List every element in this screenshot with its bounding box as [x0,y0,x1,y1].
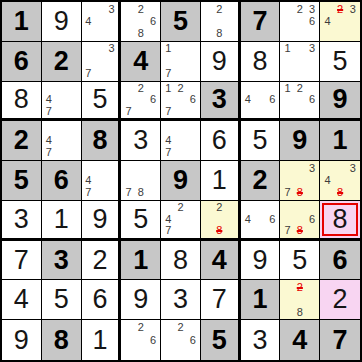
cell-r4c2[interactable]: 47 [42,121,82,161]
given-digit: 8 [54,327,69,354]
candidate-7: 7 [162,67,174,79]
candidate-6: 6 [306,213,318,225]
given-digit: 6 [54,167,69,194]
entered-digit: 9 [253,247,268,274]
cell-r6c5[interactable]: 247 [161,201,201,241]
candidate-1: 1 [281,83,293,95]
cell-r3c8[interactable]: 126 [280,82,320,122]
given-digit: 5 [173,8,188,35]
candidate-grid: 247 [162,202,199,237]
candidate-grid: 13 [281,43,318,80]
cell-r7c6[interactable]: 4 [201,241,241,281]
entered-digit: 9 [14,327,29,354]
candidate-2-eliminated: 2 [334,3,347,15]
candidate-grid: 26 [122,321,159,359]
candidate-8-eliminated: 8 [213,225,225,237]
cell-r3c9[interactable]: 9 [320,82,360,122]
given-digit: 6 [14,48,29,75]
candidate-3: 3 [346,162,359,174]
cell-r1c5[interactable]: 5 [161,2,201,42]
cell-r2c3[interactable]: 37 [82,42,122,82]
given-digit: 9 [333,86,348,113]
cell-r1c6[interactable]: 28 [201,2,241,42]
entered-digit: 5 [333,48,348,75]
candidate-grid: 46 [242,202,279,237]
entered-digit: 1 [54,206,69,233]
given-digit: 5 [14,167,29,194]
candidate-8: 8 [135,28,147,40]
cell-r4c6[interactable]: 6 [201,121,241,161]
cell-r5c6[interactable]: 1 [201,161,241,201]
cell-r6c2[interactable]: 1 [42,201,82,241]
cell-r5c2[interactable]: 6 [42,161,82,201]
cell-r2c5[interactable]: 17 [161,42,201,82]
entered-digit: 6 [92,286,107,313]
given-digit: 4 [212,247,227,274]
entered-digit: 9 [92,206,107,233]
cell-r6c6[interactable]: 28 [201,201,241,241]
cell-r9c4[interactable]: 26 [121,320,161,360]
cell-r6c7[interactable]: 46 [241,201,281,241]
candidate-4: 4 [43,135,55,147]
candidate-2: 2 [294,83,306,95]
candidate-4: 4 [321,15,334,27]
candidate-2: 2 [294,3,306,15]
entered-digit: 5 [54,286,69,313]
cell-r8c2[interactable]: 5 [42,280,82,320]
cell-r3c4[interactable]: 267 [121,82,161,122]
cell-r7c4[interactable]: 1 [121,241,161,281]
candidate-grid: 267 [122,83,159,118]
given-digit: 1 [133,247,148,274]
cell-r7c1[interactable]: 7 [2,241,42,281]
cell-r9c2[interactable]: 8 [42,320,82,360]
candidate-4: 4 [242,94,254,106]
candidate-grid: 34 [83,3,118,40]
given-digit: 2 [54,48,69,75]
candidate-6: 6 [266,213,278,225]
candidate-7: 7 [162,147,174,159]
candidate-8: 8 [135,187,147,199]
candidate-grid: 1267 [162,83,199,118]
cell-r2c6[interactable]: 9 [201,42,241,82]
given-digit: 4 [292,327,307,354]
candidate-6: 6 [187,334,199,347]
cell-r9c8[interactable]: 4 [280,320,320,360]
cell-r7c2[interactable]: 3 [42,241,82,281]
given-digit: 6 [333,247,348,274]
cell-r4c3[interactable]: 8 [82,121,122,161]
candidate-grid: 47 [162,122,199,159]
cell-r2c1[interactable]: 6 [2,42,42,82]
given-digit: 8 [92,127,107,154]
cell-r2c7[interactable]: 8 [241,42,281,82]
entered-digit: 8 [14,86,29,113]
candidate-grid: 342 [321,3,359,40]
given-digit: 2 [253,167,268,194]
entered-digit: 2 [333,286,348,313]
entered-digit: 5 [92,86,107,113]
candidate-2: 2 [135,83,147,95]
entered-digit: 5 [253,127,268,154]
candidate-3: 3 [306,3,318,15]
candidate-1: 1 [162,83,174,95]
candidate-2: 2 [174,321,186,334]
cell-r3c2[interactable]: 47 [42,82,82,122]
cell-r6c8[interactable]: 678 [280,201,320,241]
cell-r8c7[interactable]: 1 [241,280,281,320]
cell-r1c2[interactable]: 9 [42,2,82,42]
cell-r3c7[interactable]: 46 [241,82,281,122]
candidate-2: 2 [135,3,147,15]
given-digit: 1 [333,127,348,154]
candidate-7: 7 [43,147,55,159]
cell-r1c8[interactable]: 236 [280,2,320,42]
candidate-7: 7 [122,106,134,118]
cell-r8c3[interactable]: 6 [82,280,122,320]
candidate-7: 7 [281,187,293,199]
given-digit: 1 [14,8,29,35]
cell-r4c4[interactable]: 3 [121,121,161,161]
candidate-grid: 28 [202,202,237,237]
candidate-8-eliminated: 8 [334,187,347,199]
cell-r3c3[interactable]: 5 [82,82,122,122]
cell-r4c8[interactable]: 9 [280,121,320,161]
candidate-3: 3 [346,3,359,15]
candidate-grid: 17 [162,43,199,80]
candidate-6: 6 [266,94,278,106]
candidate-7: 7 [281,225,293,237]
cell-r1c1[interactable]: 1 [2,2,42,42]
candidate-8: 8 [294,306,306,318]
cell-r5c1[interactable]: 5 [2,161,42,201]
candidate-6: 6 [147,15,159,27]
candidate-2-eliminated: 2 [294,281,306,293]
candidate-7: 7 [122,187,134,199]
candidate-grid: 82 [281,281,318,318]
cell-r4c1[interactable]: 2 [2,121,42,161]
entered-digit: 8 [173,247,188,274]
candidate-6: 6 [187,94,199,106]
candidate-4: 4 [43,94,55,106]
entered-digit: 6 [212,127,227,154]
cell-r2c9[interactable]: 5 [320,42,360,82]
candidate-7: 7 [162,106,174,118]
cell-r3c1[interactable]: 8 [2,82,42,122]
candidate-2: 2 [135,321,147,334]
cell-r2c2[interactable]: 2 [42,42,82,82]
entered-digit: 3 [133,127,148,154]
given-digit: 3 [212,86,227,113]
candidate-4: 4 [162,213,174,225]
entered-digit: 9 [54,8,69,35]
candidate-grid: 78 [122,162,159,199]
candidate-6: 6 [147,94,159,106]
cell-r8c1[interactable]: 4 [2,280,42,320]
cell-r2c8[interactable]: 13 [280,42,320,82]
cell-r9c5[interactable]: 26 [161,320,201,360]
cell-r8c9[interactable]: 2 [320,280,360,320]
sudoku-board: 1934268528723634262374179813584752671267… [0,0,362,362]
cell-r7c3[interactable]: 2 [82,241,122,281]
cell-r4c9[interactable]: 1 [320,121,360,161]
given-digit: 9 [173,167,188,194]
given-digit: 7 [253,8,268,35]
cell-r9c9[interactable]: 7 [320,320,360,360]
cell-r6c9[interactable]: 8 [320,201,360,241]
cell-r5c8[interactable]: 378 [280,161,320,201]
cell-r3c6[interactable]: 3 [201,82,241,122]
entered-digit: 3 [173,286,188,313]
given-digit: 1 [253,286,268,313]
cell-r9c7[interactable]: 3 [241,320,281,360]
candidate-6: 6 [306,15,318,27]
cell-r1c3[interactable]: 34 [82,2,122,42]
cell-r4c7[interactable]: 5 [241,121,281,161]
candidate-4: 4 [321,174,334,186]
candidate-grid: 47 [43,122,80,159]
entered-digit: 3 [14,206,29,233]
candidate-2: 2 [213,3,225,15]
given-digit: 7 [333,327,348,354]
cell-r7c8[interactable]: 5 [280,241,320,281]
candidate-grid: 26 [162,321,199,359]
cell-r9c6[interactable]: 5 [201,320,241,360]
cell-r6c3[interactable]: 9 [82,201,122,241]
candidate-6: 6 [306,94,318,106]
candidate-4: 4 [242,213,254,225]
entered-digit: 3 [253,327,268,354]
candidate-3: 3 [106,3,118,15]
candidate-3: 3 [306,43,318,55]
candidate-6: 6 [147,334,159,347]
candidate-3: 3 [306,162,318,174]
given-digit: 5 [212,327,227,354]
candidate-grid: 236 [281,3,318,40]
cell-r1c9[interactable]: 342 [320,2,360,42]
candidate-7: 7 [83,67,95,79]
candidate-grid: 28 [202,3,237,40]
candidate-4: 4 [162,135,174,147]
candidate-4: 4 [83,15,95,27]
cell-r3c5[interactable]: 1267 [161,82,201,122]
cell-r8c8[interactable]: 82 [280,280,320,320]
cell-r2c4[interactable]: 4 [121,42,161,82]
cell-r8c5[interactable]: 3 [161,280,201,320]
cell-r8c6[interactable]: 7 [201,280,241,320]
candidate-7: 7 [162,225,174,237]
cell-r9c1[interactable]: 9 [2,320,42,360]
cell-r7c9[interactable]: 6 [320,241,360,281]
entered-digit: 1 [92,327,107,354]
entered-digit: 9 [212,48,227,75]
candidate-grid: 47 [83,162,118,199]
given-digit: 9 [292,127,307,154]
candidate-1: 1 [162,43,174,55]
cell-r5c5[interactable]: 9 [161,161,201,201]
cell-r7c5[interactable]: 8 [161,241,201,281]
candidate-8: 8 [213,28,225,40]
entered-digit: 7 [14,247,29,274]
entered-digit: 4 [14,286,29,313]
candidate-grid: 678 [281,202,318,237]
entered-digit: 8 [253,48,268,75]
candidate-grid: 268 [122,3,159,40]
candidate-2: 2 [213,202,225,214]
cell-r6c4[interactable]: 5 [121,201,161,241]
entered-digit: 5 [292,247,307,274]
candidate-2: 2 [174,202,186,214]
candidate-grid: 126 [281,83,318,118]
candidate-grid: 348 [321,162,359,199]
entered-digit: 1 [212,167,227,194]
cell-r7c7[interactable]: 9 [241,241,281,281]
cell-r8c4[interactable]: 9 [121,280,161,320]
entered-digit: 7 [212,286,227,313]
entered-digit: 9 [133,286,148,313]
candidate-2: 2 [174,83,186,95]
candidate-3: 3 [106,43,118,55]
cell-r5c4[interactable]: 78 [121,161,161,201]
cell-r5c9[interactable]: 348 [320,161,360,201]
cell-r4c5[interactable]: 47 [161,121,201,161]
candidate-1: 1 [281,43,293,55]
cell-r5c7[interactable]: 2 [241,161,281,201]
candidate-4: 4 [83,174,95,186]
given-digit: 3 [54,247,69,274]
cell-r1c7[interactable]: 7 [241,2,281,42]
candidate-8-eliminated: 8 [294,187,306,199]
entered-digit: 2 [92,247,107,274]
candidate-grid: 378 [281,162,318,199]
entered-digit: 5 [133,206,148,233]
candidate-grid: 47 [43,83,80,118]
candidate-7: 7 [43,106,55,118]
given-digit: 4 [133,48,148,75]
cell-r1c4[interactable]: 268 [121,2,161,42]
cell-r5c3[interactable]: 47 [82,161,122,201]
candidate-7: 7 [83,187,95,199]
candidate-grid: 46 [242,83,279,118]
cell-r6c1[interactable]: 3 [2,201,42,241]
cell-r9c3[interactable]: 1 [82,320,122,360]
entered-digit: 8 [333,206,348,233]
candidate-8-eliminated: 8 [294,225,306,237]
given-digit: 2 [14,127,29,154]
candidate-grid: 37 [83,43,118,80]
